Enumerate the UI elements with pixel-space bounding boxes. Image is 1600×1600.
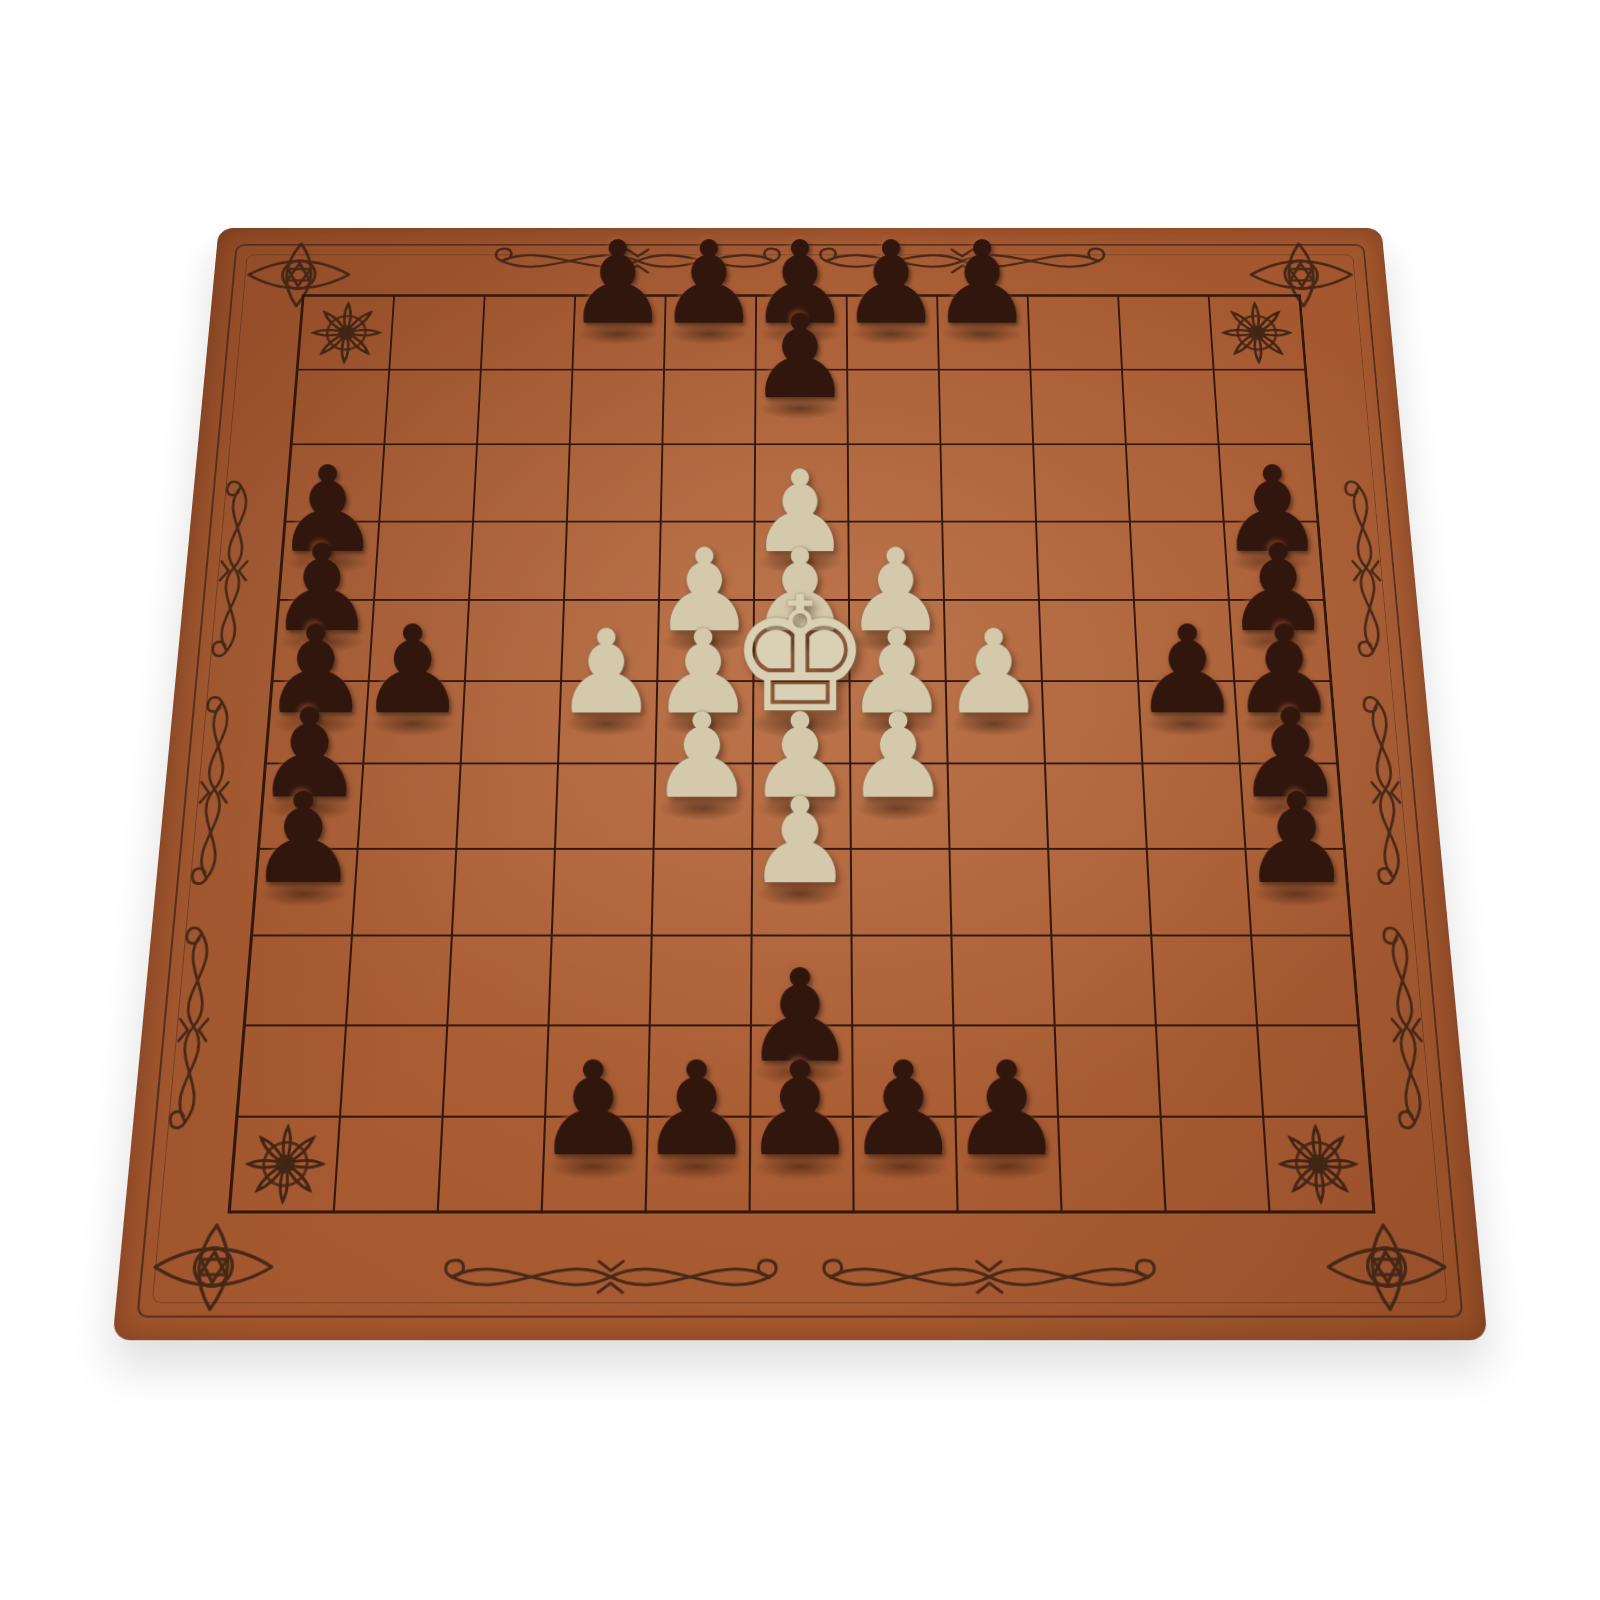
hnefatafl-leather-mat: ♟♟♟♟♟♟♟♟♟♟♟♟♟♟♟♟♟♟♚♟♟♟♟♟♟♟♟♟♟♟♟♟♟♟♟♟♟ xyxy=(112,228,1487,1340)
board-cell[interactable] xyxy=(564,521,661,600)
board-cell[interactable] xyxy=(369,600,469,681)
attacker-piece[interactable]: ♟ xyxy=(948,1049,1065,1169)
attacker-glyph: ♟ xyxy=(535,1049,652,1169)
board-cell[interactable] xyxy=(1126,444,1224,521)
board-cell[interactable] xyxy=(1224,521,1324,600)
board-cell[interactable] xyxy=(754,521,849,600)
attacker-glyph: ♟ xyxy=(845,1049,962,1169)
board-cell[interactable] xyxy=(1122,369,1219,444)
board-cell[interactable] xyxy=(572,296,665,369)
board-cell[interactable] xyxy=(1033,444,1130,521)
defender-piece[interactable]: ♟ xyxy=(845,702,950,810)
board-cell[interactable] xyxy=(1036,521,1134,600)
board-cell[interactable] xyxy=(292,369,390,444)
board-cell[interactable] xyxy=(481,296,575,369)
board-cell[interactable] xyxy=(1130,521,1229,600)
board-cell[interactable] xyxy=(755,369,848,444)
board-cell[interactable] xyxy=(298,296,394,369)
attacker-piece[interactable]: ♟ xyxy=(247,782,359,897)
board-cell[interactable] xyxy=(465,600,564,681)
board-cell[interactable] xyxy=(1229,600,1331,681)
board-cell[interactable] xyxy=(273,600,374,681)
flower-motif-icon xyxy=(302,299,391,366)
board-cell[interactable] xyxy=(567,444,662,521)
attacker-glyph: ♟ xyxy=(741,1049,858,1169)
board-cell[interactable] xyxy=(944,600,1042,681)
board-cell[interactable] xyxy=(1030,369,1125,444)
attacker-glyph: ♟ xyxy=(638,1049,755,1169)
board-cell[interactable] xyxy=(561,600,659,681)
board-cell[interactable] xyxy=(659,521,755,600)
defender-glyph: ♟ xyxy=(649,702,754,810)
flower-motif-icon xyxy=(1212,299,1301,366)
board-cell[interactable] xyxy=(473,444,570,521)
scene: ♟♟♟♟♟♟♟♟♟♟♟♟♟♟♟♟♟♟♚♟♟♟♟♟♟♟♟♟♟♟♟♟♟♟♟♟♟ xyxy=(0,0,1600,1600)
board-cell[interactable] xyxy=(755,444,849,521)
board-cell[interactable] xyxy=(1214,369,1312,444)
board-cell[interactable] xyxy=(753,600,849,681)
attacker-piece[interactable]: ♟ xyxy=(535,1049,652,1169)
board-cell[interactable] xyxy=(1219,444,1318,521)
board-cell[interactable] xyxy=(662,369,755,444)
board-cell[interactable] xyxy=(379,444,477,521)
board-cell[interactable] xyxy=(847,296,939,369)
board-cell[interactable] xyxy=(939,369,1033,444)
defender-piece[interactable]: ♟ xyxy=(746,787,853,896)
board-cell[interactable] xyxy=(1118,296,1213,369)
board-cell[interactable] xyxy=(657,600,754,681)
board-cell[interactable] xyxy=(1039,600,1138,681)
board-cell[interactable] xyxy=(389,296,484,369)
board-cell[interactable] xyxy=(374,521,473,600)
board-cell[interactable] xyxy=(661,444,755,521)
attacker-piece[interactable]: ♟ xyxy=(638,1049,755,1169)
board-cell[interactable] xyxy=(847,369,940,444)
attacker-piece[interactable]: ♟ xyxy=(1240,782,1352,897)
attacker-glyph: ♟ xyxy=(1240,782,1352,897)
attacker-piece[interactable]: ♟ xyxy=(845,1049,962,1169)
board-cell[interactable] xyxy=(942,521,1039,600)
board-cell[interactable] xyxy=(849,600,946,681)
defender-piece[interactable]: ♟ xyxy=(649,702,754,810)
attacker-glyph: ♟ xyxy=(247,782,359,897)
defender-glyph: ♟ xyxy=(746,787,853,896)
photo-background: ♟♟♟♟♟♟♟♟♟♟♟♟♟♟♟♟♟♟♚♟♟♟♟♟♟♟♟♟♟♟♟♟♟♟♟♟♟ xyxy=(0,0,1600,1600)
board-cell[interactable] xyxy=(940,444,1036,521)
attacker-piece[interactable]: ♟ xyxy=(741,1049,858,1169)
board-cell[interactable] xyxy=(570,369,664,444)
board-cell[interactable] xyxy=(848,444,942,521)
board-cell[interactable] xyxy=(848,521,944,600)
board-cell[interactable] xyxy=(756,296,848,369)
board-cell[interactable] xyxy=(937,296,1030,369)
defender-glyph: ♟ xyxy=(845,702,950,810)
board-cell[interactable] xyxy=(477,369,572,444)
board-cell[interactable] xyxy=(285,444,384,521)
board-cell[interactable] xyxy=(469,521,567,600)
board-cell[interactable] xyxy=(279,521,379,600)
attacker-glyph: ♟ xyxy=(948,1049,1065,1169)
board-cell[interactable] xyxy=(1028,296,1122,369)
board-cell[interactable] xyxy=(664,296,756,369)
board-cell[interactable] xyxy=(1209,296,1305,369)
board-cell[interactable] xyxy=(384,369,481,444)
board-cell[interactable] xyxy=(1134,600,1234,681)
